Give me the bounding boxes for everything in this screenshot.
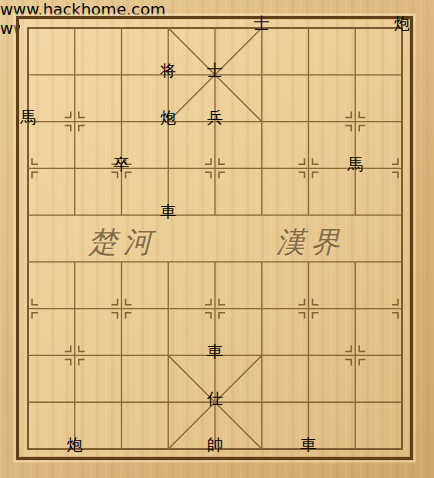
piece-glyph: 将 (160, 61, 176, 82)
piece-black-soldier[interactable]: 卒 (99, 143, 144, 188)
piece-red-soldier[interactable]: 兵 (192, 96, 237, 141)
piece-glyph: 兵 (207, 108, 223, 129)
piece-black-chariot-2[interactable]: 車 (192, 330, 237, 375)
piece-red-general[interactable]: 帥 (192, 423, 237, 468)
piece-red-horse-2[interactable]: 馬 (333, 143, 378, 188)
piece-glyph: 仕 (207, 389, 223, 410)
piece-glyph: 炮 (394, 14, 410, 35)
piece-glyph: 車 (160, 202, 176, 223)
piece-glyph: 馬 (20, 108, 36, 129)
piece-red-advisor[interactable]: 仕 (192, 377, 237, 422)
piece-glyph: 士 (207, 61, 223, 82)
piece-red-cannon-2[interactable]: 炮 (146, 96, 191, 141)
pieces-layer: 士炮将士馬炮兵卒馬車車仕帥炮車 (5, 2, 426, 470)
piece-red-cannon-1[interactable]: 炮 (379, 2, 424, 47)
piece-glyph: 帥 (207, 435, 223, 456)
piece-black-general[interactable]: 将 (146, 49, 191, 94)
piece-glyph: 卒 (113, 155, 129, 176)
piece-glyph: 車 (207, 342, 223, 363)
piece-red-horse-1[interactable]: 馬 (5, 96, 50, 141)
piece-black-cannon[interactable]: 炮 (52, 423, 97, 468)
piece-glyph: 車 (300, 435, 316, 456)
piece-glyph: 馬 (347, 155, 363, 176)
piece-glyph: 士 (254, 14, 270, 35)
piece-black-advisor-1[interactable]: 士 (239, 2, 284, 47)
piece-black-chariot-1[interactable]: 車 (146, 190, 191, 235)
piece-black-advisor-2[interactable]: 士 (192, 49, 237, 94)
piece-red-chariot[interactable]: 車 (286, 423, 331, 468)
xiangqi-board[interactable]: 楚河 漢界 士炮将士馬炮兵卒馬車車仕帥炮車 www.hackhome.com w… (0, 0, 434, 478)
piece-glyph: 炮 (67, 435, 83, 456)
piece-glyph: 炮 (160, 108, 176, 129)
